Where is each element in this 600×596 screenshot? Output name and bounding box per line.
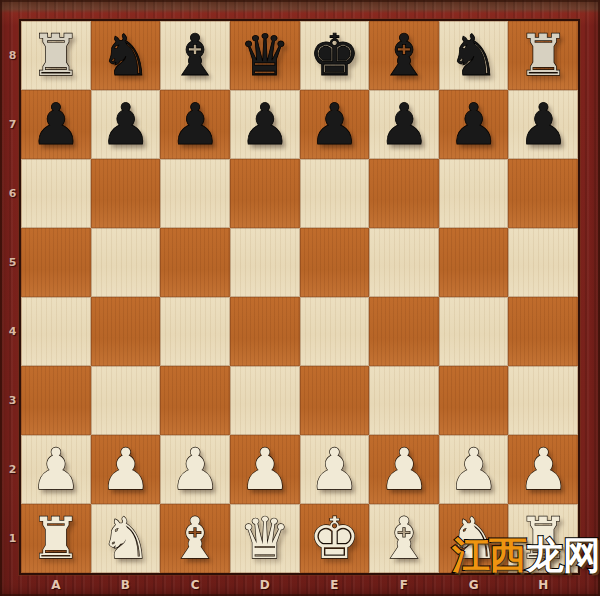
file-label-a: A	[21, 573, 91, 596]
square-f4[interactable]	[369, 297, 439, 366]
file-label-d: D	[230, 573, 300, 596]
square-a7[interactable]: ♟	[21, 90, 91, 159]
file-label-b: B	[91, 573, 161, 596]
piece-black-pawn: ♟	[518, 96, 569, 153]
square-h3[interactable]	[508, 366, 578, 435]
piece-white-pawn: ♟	[30, 441, 81, 498]
square-a1[interactable]: ♜	[21, 504, 91, 573]
rank-label-6: 6	[0, 159, 21, 228]
square-a3[interactable]	[21, 366, 91, 435]
piece-white-pawn: ♟	[448, 441, 499, 498]
piece-white-queen: ♛	[239, 510, 290, 567]
square-b2[interactable]: ♟	[91, 435, 161, 504]
rank-label-8: 8	[0, 21, 21, 90]
chess-board-frame: ♜♞♝♛♚♝♞♜♟♟♟♟♟♟♟♟♟♟♟♟♟♟♟♟♜♞♝♛♚♝♞♜ 8765432…	[0, 0, 600, 596]
square-h6[interactable]	[508, 159, 578, 228]
rank-labels: 87654321	[0, 21, 21, 573]
square-d7[interactable]: ♟	[230, 90, 300, 159]
piece-black-pawn: ♟	[448, 96, 499, 153]
square-g5[interactable]	[439, 228, 509, 297]
piece-white-pawn: ♟	[518, 441, 569, 498]
square-g6[interactable]	[439, 159, 509, 228]
square-f1[interactable]: ♝	[369, 504, 439, 573]
piece-black-rook: ♜	[518, 27, 569, 84]
square-e1[interactable]: ♚	[300, 504, 370, 573]
square-d8[interactable]: ♛	[230, 21, 300, 90]
square-f7[interactable]: ♟	[369, 90, 439, 159]
square-c1[interactable]: ♝	[160, 504, 230, 573]
square-c6[interactable]	[160, 159, 230, 228]
square-f3[interactable]	[369, 366, 439, 435]
piece-white-bishop: ♝	[170, 510, 221, 567]
file-label-c: C	[160, 573, 230, 596]
piece-white-pawn: ♟	[100, 441, 151, 498]
square-e8[interactable]: ♚	[300, 21, 370, 90]
square-b6[interactable]	[91, 159, 161, 228]
square-f2[interactable]: ♟	[369, 435, 439, 504]
watermark: 江西龙网	[452, 536, 600, 574]
piece-black-pawn: ♟	[30, 96, 81, 153]
square-c2[interactable]: ♟	[160, 435, 230, 504]
piece-white-bishop: ♝	[378, 510, 429, 567]
piece-black-pawn: ♟	[100, 96, 151, 153]
watermark-text-orange: 江西	[452, 533, 526, 577]
piece-black-pawn: ♟	[309, 96, 360, 153]
square-g7[interactable]: ♟	[439, 90, 509, 159]
piece-black-pawn: ♟	[170, 96, 221, 153]
square-h8[interactable]: ♜	[508, 21, 578, 90]
square-c8[interactable]: ♝	[160, 21, 230, 90]
square-g2[interactable]: ♟	[439, 435, 509, 504]
square-b8[interactable]: ♞	[91, 21, 161, 90]
square-e4[interactable]	[300, 297, 370, 366]
piece-black-rook: ♜	[30, 27, 81, 84]
square-h5[interactable]	[508, 228, 578, 297]
square-h7[interactable]: ♟	[508, 90, 578, 159]
piece-black-knight: ♞	[448, 27, 499, 84]
rank-label-7: 7	[0, 90, 21, 159]
square-d6[interactable]	[230, 159, 300, 228]
square-d1[interactable]: ♛	[230, 504, 300, 573]
piece-black-queen: ♛	[239, 27, 290, 84]
piece-white-rook: ♜	[30, 510, 81, 567]
square-g4[interactable]	[439, 297, 509, 366]
square-b5[interactable]	[91, 228, 161, 297]
square-c3[interactable]	[160, 366, 230, 435]
square-b1[interactable]: ♞	[91, 504, 161, 573]
square-f8[interactable]: ♝	[369, 21, 439, 90]
square-d4[interactable]	[230, 297, 300, 366]
rank-label-2: 2	[0, 435, 21, 504]
square-c7[interactable]: ♟	[160, 90, 230, 159]
square-d5[interactable]	[230, 228, 300, 297]
file-label-e: E	[300, 573, 370, 596]
square-d2[interactable]: ♟	[230, 435, 300, 504]
square-b4[interactable]	[91, 297, 161, 366]
square-e5[interactable]	[300, 228, 370, 297]
square-b3[interactable]	[91, 366, 161, 435]
square-c5[interactable]	[160, 228, 230, 297]
square-d3[interactable]	[230, 366, 300, 435]
square-a4[interactable]	[21, 297, 91, 366]
piece-white-king: ♚	[309, 510, 360, 567]
piece-black-pawn: ♟	[239, 96, 290, 153]
rank-label-1: 1	[0, 504, 21, 573]
square-c4[interactable]	[160, 297, 230, 366]
square-e2[interactable]: ♟	[300, 435, 370, 504]
piece-black-bishop: ♝	[170, 27, 221, 84]
square-a2[interactable]: ♟	[21, 435, 91, 504]
piece-white-pawn: ♟	[239, 441, 290, 498]
piece-black-pawn: ♟	[378, 96, 429, 153]
piece-white-knight: ♞	[100, 510, 151, 567]
square-h2[interactable]: ♟	[508, 435, 578, 504]
piece-black-knight: ♞	[100, 27, 151, 84]
piece-black-bishop: ♝	[378, 27, 429, 84]
square-a8[interactable]: ♜	[21, 21, 91, 90]
file-label-f: F	[369, 573, 439, 596]
rank-label-5: 5	[0, 228, 21, 297]
square-g3[interactable]	[439, 366, 509, 435]
square-e7[interactable]: ♟	[300, 90, 370, 159]
square-h4[interactable]	[508, 297, 578, 366]
chess-board: ♜♞♝♛♚♝♞♜♟♟♟♟♟♟♟♟♟♟♟♟♟♟♟♟♜♞♝♛♚♝♞♜	[21, 21, 578, 573]
rank-label-3: 3	[0, 366, 21, 435]
piece-white-pawn: ♟	[378, 441, 429, 498]
square-f6[interactable]	[369, 159, 439, 228]
square-b7[interactable]: ♟	[91, 90, 161, 159]
piece-black-king: ♚	[309, 27, 360, 84]
square-e6[interactable]	[300, 159, 370, 228]
square-e3[interactable]	[300, 366, 370, 435]
square-g8[interactable]: ♞	[439, 21, 509, 90]
square-a5[interactable]	[21, 228, 91, 297]
square-a6[interactable]	[21, 159, 91, 228]
rank-label-4: 4	[0, 297, 21, 366]
square-f5[interactable]	[369, 228, 439, 297]
watermark-text-white: 龙网	[526, 533, 600, 577]
piece-white-pawn: ♟	[170, 441, 221, 498]
piece-white-pawn: ♟	[309, 441, 360, 498]
